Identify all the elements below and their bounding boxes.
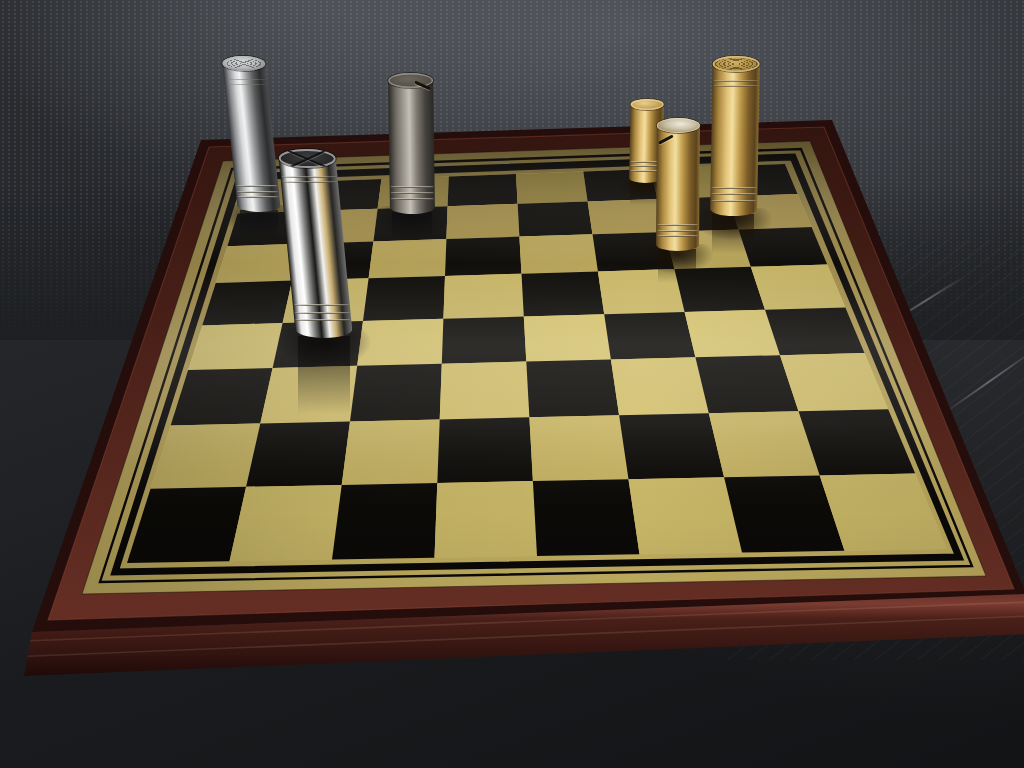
brass-bishop-base-groove bbox=[657, 230, 698, 232]
pewter-bishop-cylinder-body bbox=[388, 73, 435, 214]
steel-rook-base-groove bbox=[236, 185, 277, 187]
brass-rook-top-face bbox=[712, 56, 759, 72]
steel-rook-neck-groove bbox=[225, 84, 266, 86]
photo-scene bbox=[0, 0, 1024, 768]
chrome-king-neck-groove bbox=[281, 181, 336, 183]
brass-bishop-cylinder-body bbox=[656, 118, 700, 251]
brass-rook-neck-groove bbox=[713, 85, 758, 87]
brass-rook-neck-groove bbox=[713, 80, 758, 82]
chrome-king-base-groove bbox=[295, 319, 350, 321]
chrome-king-neck-groove bbox=[281, 176, 336, 178]
steel-rook-top-face bbox=[221, 56, 266, 71]
chess-piece-chrome-king-b4 bbox=[277, 149, 352, 338]
brass-rook-base-groove bbox=[711, 200, 756, 202]
steel-rook-base-groove bbox=[236, 191, 277, 193]
brass-bishop-base-groove bbox=[657, 224, 698, 226]
steel-rook-neck-groove bbox=[224, 79, 265, 81]
chess-piece-brass-bishop-f6 bbox=[656, 118, 700, 251]
brass-rook-base-groove bbox=[711, 187, 756, 189]
brass-rook-reflection-streak bbox=[712, 214, 754, 254]
chess-piece-brass-rook-g7 bbox=[710, 56, 760, 216]
chess-piece-steel-rook-a8 bbox=[221, 56, 280, 212]
pewter-bishop-base-groove bbox=[390, 198, 433, 200]
chess-pieces-layer bbox=[0, 0, 1024, 768]
brass-rook-base-groove bbox=[711, 193, 756, 195]
steel-rook-reflection-streak bbox=[240, 210, 279, 244]
pewter-bishop-base-groove bbox=[390, 186, 433, 188]
pewter-bishop-base-groove bbox=[390, 192, 433, 194]
brass-rook-concentric-rings bbox=[714, 58, 757, 70]
brass-bishop-reflection-streak bbox=[658, 249, 697, 283]
steel-rook-base-groove bbox=[237, 196, 278, 198]
brass-bishop-top-face bbox=[656, 118, 699, 133]
brass-pawn-top-face bbox=[630, 99, 663, 110]
chrome-king-reflection-streak bbox=[298, 336, 349, 414]
steel-rook-cylinder-body bbox=[221, 56, 280, 212]
brass-bishop-base-groove bbox=[657, 235, 698, 237]
chrome-king-base-groove bbox=[294, 312, 349, 314]
brass-rook-cylinder-body bbox=[710, 56, 760, 216]
steel-rook-concentric-rings bbox=[223, 58, 263, 69]
chess-piece-pewter-bishop-c7 bbox=[388, 73, 435, 214]
chrome-king-base-groove bbox=[293, 304, 348, 306]
chrome-king-cylinder-body bbox=[277, 149, 352, 338]
pewter-bishop-reflection-streak bbox=[392, 212, 433, 242]
